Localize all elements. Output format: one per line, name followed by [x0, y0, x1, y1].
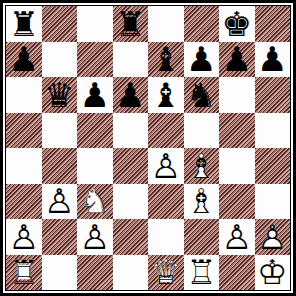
- square-g5[interactable]: [219, 113, 255, 149]
- square-d2[interactable]: [113, 219, 149, 255]
- piece-fill-white-rook: ♜: [6, 255, 42, 291]
- square-b6[interactable]: ♛: [42, 77, 78, 113]
- square-c2[interactable]: ♟♙: [77, 219, 113, 255]
- piece-black-pawn: ♟: [6, 42, 42, 78]
- square-a8[interactable]: ♜: [6, 6, 42, 42]
- board-frame-gap: ♜♜♚♟♝♟♟♟♛♟♟♝♞♟♙♝♗♟♙♞♘♝♗♟♙♟♙♟♙♟♙♜♖♛♕♜♖♚♔: [3, 3, 293, 293]
- square-c1[interactable]: [77, 255, 113, 291]
- piece-black-pawn: ♟: [184, 42, 220, 78]
- square-b4[interactable]: [42, 148, 78, 184]
- square-f1[interactable]: ♜♖: [184, 255, 220, 291]
- square-g8[interactable]: ♚: [219, 6, 255, 42]
- piece-white-king: ♔: [255, 255, 291, 291]
- piece-black-pawn: ♟: [255, 42, 291, 78]
- square-c6[interactable]: ♟: [77, 77, 113, 113]
- piece-white-pawn: ♙: [42, 184, 78, 220]
- piece-white-rook: ♖: [6, 255, 42, 291]
- piece-black-pawn: ♟: [219, 42, 255, 78]
- piece-white-queen: ♕: [148, 255, 184, 291]
- square-f5[interactable]: [184, 113, 220, 149]
- square-b5[interactable]: [42, 113, 78, 149]
- piece-black-bishop: ♝: [148, 77, 184, 113]
- square-b3[interactable]: ♟♙: [42, 184, 78, 220]
- square-f2[interactable]: [184, 219, 220, 255]
- chess-board: ♜♜♚♟♝♟♟♟♛♟♟♝♞♟♙♝♗♟♙♞♘♝♗♟♙♟♙♟♙♟♙♜♖♛♕♜♖♚♔: [6, 6, 290, 290]
- square-h5[interactable]: [255, 113, 291, 149]
- piece-black-pawn: ♟: [113, 77, 149, 113]
- square-a3[interactable]: [6, 184, 42, 220]
- piece-white-bishop: ♗: [184, 184, 220, 220]
- piece-fill-white-pawn: ♟: [6, 219, 42, 255]
- square-f7[interactable]: ♟: [184, 42, 220, 78]
- square-g1[interactable]: [219, 255, 255, 291]
- piece-fill-white-queen: ♛: [148, 255, 184, 291]
- square-b2[interactable]: [42, 219, 78, 255]
- square-b1[interactable]: [42, 255, 78, 291]
- piece-fill-white-rook: ♜: [184, 255, 220, 291]
- piece-white-pawn: ♙: [6, 219, 42, 255]
- piece-fill-white-knight: ♞: [77, 184, 113, 220]
- square-a1[interactable]: ♜♖: [6, 255, 42, 291]
- square-a2[interactable]: ♟♙: [6, 219, 42, 255]
- piece-black-queen: ♛: [42, 77, 78, 113]
- square-c3[interactable]: ♞♘: [77, 184, 113, 220]
- square-h2[interactable]: ♟♙: [255, 219, 291, 255]
- square-a5[interactable]: [6, 113, 42, 149]
- square-f6[interactable]: ♞: [184, 77, 220, 113]
- piece-white-bishop: ♗: [184, 148, 220, 184]
- piece-fill-white-pawn: ♟: [42, 184, 78, 220]
- square-b8[interactable]: [42, 6, 78, 42]
- square-d6[interactable]: ♟: [113, 77, 149, 113]
- square-e5[interactable]: [148, 113, 184, 149]
- square-f4[interactable]: ♝♗: [184, 148, 220, 184]
- square-h7[interactable]: ♟: [255, 42, 291, 78]
- board-frame-outer: ♜♜♚♟♝♟♟♟♛♟♟♝♞♟♙♝♗♟♙♞♘♝♗♟♙♟♙♟♙♟♙♜♖♛♕♜♖♚♔: [0, 0, 296, 296]
- square-c7[interactable]: [77, 42, 113, 78]
- square-g3[interactable]: [219, 184, 255, 220]
- square-f3[interactable]: ♝♗: [184, 184, 220, 220]
- piece-fill-white-pawn: ♟: [255, 219, 291, 255]
- square-d5[interactable]: [113, 113, 149, 149]
- square-d4[interactable]: [113, 148, 149, 184]
- square-g7[interactable]: ♟: [219, 42, 255, 78]
- square-e4[interactable]: ♟♙: [148, 148, 184, 184]
- square-e3[interactable]: [148, 184, 184, 220]
- square-f8[interactable]: [184, 6, 220, 42]
- piece-white-knight: ♘: [77, 184, 113, 220]
- square-a4[interactable]: [6, 148, 42, 184]
- piece-white-pawn: ♙: [219, 219, 255, 255]
- square-d1[interactable]: [113, 255, 149, 291]
- piece-black-rook: ♜: [113, 6, 149, 42]
- square-c4[interactable]: [77, 148, 113, 184]
- piece-fill-white-pawn: ♟: [148, 148, 184, 184]
- piece-white-pawn: ♙: [77, 219, 113, 255]
- piece-white-rook: ♖: [184, 255, 220, 291]
- square-a6[interactable]: [6, 77, 42, 113]
- square-e7[interactable]: ♝: [148, 42, 184, 78]
- piece-fill-white-pawn: ♟: [219, 219, 255, 255]
- square-g4[interactable]: [219, 148, 255, 184]
- piece-black-king: ♚: [219, 6, 255, 42]
- square-e6[interactable]: ♝: [148, 77, 184, 113]
- square-d8[interactable]: ♜: [113, 6, 149, 42]
- piece-white-pawn: ♙: [255, 219, 291, 255]
- square-g2[interactable]: ♟♙: [219, 219, 255, 255]
- square-e2[interactable]: [148, 219, 184, 255]
- square-d7[interactable]: [113, 42, 149, 78]
- square-e1[interactable]: ♛♕: [148, 255, 184, 291]
- square-c5[interactable]: [77, 113, 113, 149]
- piece-black-rook: ♜: [6, 6, 42, 42]
- square-g6[interactable]: [219, 77, 255, 113]
- square-h4[interactable]: [255, 148, 291, 184]
- square-h3[interactable]: [255, 184, 291, 220]
- board-frame-inner: ♜♜♚♟♝♟♟♟♛♟♟♝♞♟♙♝♗♟♙♞♘♝♗♟♙♟♙♟♙♟♙♜♖♛♕♜♖♚♔: [5, 5, 291, 291]
- piece-fill-white-king: ♚: [255, 255, 291, 291]
- square-e8[interactable]: [148, 6, 184, 42]
- piece-white-pawn: ♙: [148, 148, 184, 184]
- square-c8[interactable]: [77, 6, 113, 42]
- square-h6[interactable]: [255, 77, 291, 113]
- piece-black-knight: ♞: [184, 77, 220, 113]
- piece-fill-white-pawn: ♟: [77, 219, 113, 255]
- square-a7[interactable]: ♟: [6, 42, 42, 78]
- square-b7[interactable]: [42, 42, 78, 78]
- piece-black-pawn: ♟: [77, 77, 113, 113]
- square-h8[interactable]: [255, 6, 291, 42]
- piece-fill-white-bishop: ♝: [184, 184, 220, 220]
- piece-fill-white-bishop: ♝: [184, 148, 220, 184]
- piece-black-bishop: ♝: [148, 42, 184, 78]
- square-h1[interactable]: ♚♔: [255, 255, 291, 291]
- square-d3[interactable]: [113, 184, 149, 220]
